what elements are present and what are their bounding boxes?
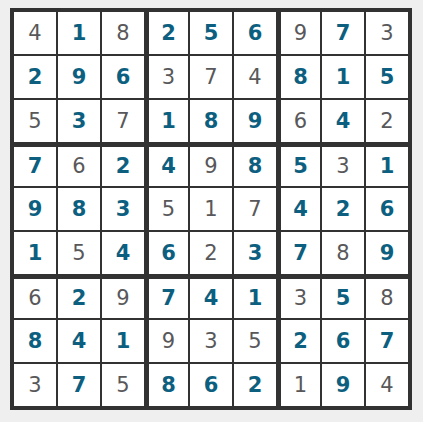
cell-r4c3[interactable]: 2 <box>102 144 144 186</box>
cell-r2c5[interactable]: 7 <box>190 56 232 98</box>
cell-r1c1[interactable]: 4 <box>14 12 56 54</box>
cell-r9c1[interactable]: 3 <box>14 364 56 406</box>
cell-r1c6[interactable]: 6 <box>234 12 276 54</box>
cell-r1c4[interactable]: 2 <box>146 12 188 54</box>
cell-r8c9[interactable]: 7 <box>366 320 408 362</box>
cell-r8c3[interactable]: 1 <box>102 320 144 362</box>
cell-r5c7[interactable]: 4 <box>278 188 320 230</box>
cell-r9c3[interactable]: 5 <box>102 364 144 406</box>
cell-r7c2[interactable]: 2 <box>58 276 100 318</box>
cell-r3c4[interactable]: 1 <box>146 100 188 142</box>
cell-r8c8[interactable]: 6 <box>322 320 364 362</box>
cell-r8c5[interactable]: 3 <box>190 320 232 362</box>
cell-r3c9[interactable]: 2 <box>366 100 408 142</box>
cell-r3c7[interactable]: 6 <box>278 100 320 142</box>
cell-r4c9[interactable]: 1 <box>366 144 408 186</box>
cell-r6c5[interactable]: 2 <box>190 232 232 274</box>
cell-r4c4[interactable]: 4 <box>146 144 188 186</box>
cell-r4c1[interactable]: 7 <box>14 144 56 186</box>
cell-r9c9[interactable]: 4 <box>366 364 408 406</box>
cell-r6c2[interactable]: 5 <box>58 232 100 274</box>
cell-r3c6[interactable]: 9 <box>234 100 276 142</box>
cell-r5c8[interactable]: 2 <box>322 188 364 230</box>
cell-r7c5[interactable]: 4 <box>190 276 232 318</box>
cell-r3c1[interactable]: 5 <box>14 100 56 142</box>
cell-r6c9[interactable]: 9 <box>366 232 408 274</box>
cell-r2c3[interactable]: 6 <box>102 56 144 98</box>
cell-r4c2[interactable]: 6 <box>58 144 100 186</box>
cell-r6c1[interactable]: 1 <box>14 232 56 274</box>
cell-r8c6[interactable]: 5 <box>234 320 276 362</box>
cell-r4c7[interactable]: 5 <box>278 144 320 186</box>
cell-r1c5[interactable]: 5 <box>190 12 232 54</box>
cell-r3c8[interactable]: 4 <box>322 100 364 142</box>
cell-r7c6[interactable]: 1 <box>234 276 276 318</box>
cell-r2c4[interactable]: 3 <box>146 56 188 98</box>
cell-r8c1[interactable]: 8 <box>14 320 56 362</box>
cell-r3c5[interactable]: 8 <box>190 100 232 142</box>
cell-r5c9[interactable]: 6 <box>366 188 408 230</box>
cell-r2c6[interactable]: 4 <box>234 56 276 98</box>
cell-r3c2[interactable]: 3 <box>58 100 100 142</box>
cell-r5c3[interactable]: 3 <box>102 188 144 230</box>
cell-r7c3[interactable]: 9 <box>102 276 144 318</box>
cell-r3c3[interactable]: 7 <box>102 100 144 142</box>
cell-r5c4[interactable]: 5 <box>146 188 188 230</box>
cell-r9c4[interactable]: 8 <box>146 364 188 406</box>
cell-r2c7[interactable]: 8 <box>278 56 320 98</box>
cell-r8c2[interactable]: 4 <box>58 320 100 362</box>
cell-r1c2[interactable]: 1 <box>58 12 100 54</box>
cell-r1c3[interactable]: 8 <box>102 12 144 54</box>
cell-r8c7[interactable]: 2 <box>278 320 320 362</box>
cell-r9c5[interactable]: 6 <box>190 364 232 406</box>
cell-r1c7[interactable]: 9 <box>278 12 320 54</box>
cell-r9c7[interactable]: 1 <box>278 364 320 406</box>
cell-r7c9[interactable]: 8 <box>366 276 408 318</box>
cell-r7c8[interactable]: 5 <box>322 276 364 318</box>
cell-r5c2[interactable]: 8 <box>58 188 100 230</box>
cell-r2c2[interactable]: 9 <box>58 56 100 98</box>
cell-r6c6[interactable]: 3 <box>234 232 276 274</box>
cell-r5c1[interactable]: 9 <box>14 188 56 230</box>
cell-r2c8[interactable]: 1 <box>322 56 364 98</box>
cell-r2c1[interactable]: 2 <box>14 56 56 98</box>
cell-r6c7[interactable]: 7 <box>278 232 320 274</box>
cell-r1c9[interactable]: 3 <box>366 12 408 54</box>
cell-r1c8[interactable]: 7 <box>322 12 364 54</box>
cell-r7c1[interactable]: 6 <box>14 276 56 318</box>
cell-r4c5[interactable]: 9 <box>190 144 232 186</box>
cell-r7c7[interactable]: 3 <box>278 276 320 318</box>
cell-r6c8[interactable]: 8 <box>322 232 364 274</box>
cell-r2c9[interactable]: 5 <box>366 56 408 98</box>
cell-r4c8[interactable]: 3 <box>322 144 364 186</box>
cell-r6c3[interactable]: 4 <box>102 232 144 274</box>
cell-r9c6[interactable]: 2 <box>234 364 276 406</box>
cell-r6c4[interactable]: 6 <box>146 232 188 274</box>
cell-r5c5[interactable]: 1 <box>190 188 232 230</box>
cell-r9c2[interactable]: 7 <box>58 364 100 406</box>
sudoku-board: 4182569732963748155371896427624985319835… <box>10 8 412 410</box>
cell-r8c4[interactable]: 9 <box>146 320 188 362</box>
cell-r7c4[interactable]: 7 <box>146 276 188 318</box>
cell-r5c6[interactable]: 7 <box>234 188 276 230</box>
cell-r9c8[interactable]: 9 <box>322 364 364 406</box>
cell-r4c6[interactable]: 8 <box>234 144 276 186</box>
